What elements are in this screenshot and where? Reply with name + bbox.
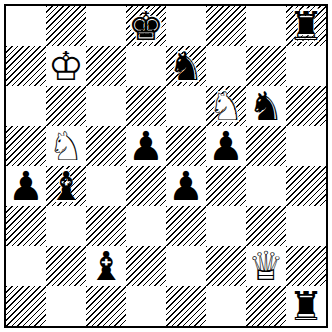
- piece-white-king: ♔: [46, 46, 86, 86]
- piece-black-bishop: ♝: [46, 166, 86, 206]
- piece-halo: ♟: [3, 163, 49, 209]
- piece-halo: ♟: [163, 163, 209, 209]
- chess-board: ♚♚♜♜♚♔♞♞♞♘♞♞♞♘♟♟♟♟♟♟♝♝♟♟♝♝♛♕♜♜: [6, 6, 326, 326]
- piece-halo: ♞: [243, 83, 289, 129]
- piece-black-pawn: ♟: [126, 126, 166, 166]
- square-b5: ♞♘: [46, 126, 86, 166]
- square-f6: ♞♘: [206, 86, 246, 126]
- piece-halo: ♝: [43, 163, 89, 209]
- square-a5: [6, 126, 46, 166]
- square-h3: [286, 206, 326, 246]
- square-d8: ♚♚: [126, 6, 166, 46]
- square-h8: ♜♜: [286, 6, 326, 46]
- square-e2: [166, 246, 206, 286]
- square-f3: [206, 206, 246, 246]
- piece-halo: ♜: [283, 3, 329, 49]
- square-e3: [166, 206, 206, 246]
- piece-halo: ♞: [163, 43, 209, 89]
- square-c6: [86, 86, 126, 126]
- piece-halo: ♚: [43, 43, 89, 89]
- square-f5: ♟♟: [206, 126, 246, 166]
- piece-black-pawn: ♟: [166, 166, 206, 206]
- square-d4: [126, 166, 166, 206]
- square-g7: [246, 46, 286, 86]
- square-h7: [286, 46, 326, 86]
- piece-black-rook: ♜: [286, 6, 326, 46]
- square-b7: ♚♔: [46, 46, 86, 86]
- piece-halo: ♞: [43, 123, 89, 169]
- square-h6: [286, 86, 326, 126]
- piece-black-rook: ♜: [286, 286, 326, 326]
- piece-black-knight: ♞: [246, 86, 286, 126]
- square-g1: [246, 286, 286, 326]
- square-e6: [166, 86, 206, 126]
- square-f2: [206, 246, 246, 286]
- piece-black-pawn: ♟: [6, 166, 46, 206]
- square-b4: ♝♝: [46, 166, 86, 206]
- square-g4: [246, 166, 286, 206]
- square-d5: ♟♟: [126, 126, 166, 166]
- piece-halo: ♟: [123, 123, 169, 169]
- square-a7: [6, 46, 46, 86]
- square-d3: [126, 206, 166, 246]
- piece-halo: ♛: [243, 243, 289, 289]
- piece-black-knight: ♞: [166, 46, 206, 86]
- piece-halo: ♝: [83, 243, 129, 289]
- square-a8: [6, 6, 46, 46]
- square-c1: [86, 286, 126, 326]
- square-b1: [46, 286, 86, 326]
- square-g8: [246, 6, 286, 46]
- square-d1: [126, 286, 166, 326]
- square-f7: [206, 46, 246, 86]
- square-d2: [126, 246, 166, 286]
- square-a4: ♟♟: [6, 166, 46, 206]
- board-border: ♚♚♜♜♚♔♞♞♞♘♞♞♞♘♟♟♟♟♟♟♝♝♟♟♝♝♛♕♜♜: [4, 4, 328, 328]
- square-b3: [46, 206, 86, 246]
- square-g6: ♞♞: [246, 86, 286, 126]
- square-h5: [286, 126, 326, 166]
- square-g3: [246, 206, 286, 246]
- piece-black-pawn: ♟: [206, 126, 246, 166]
- diagram-frame: ♚♚♜♜♚♔♞♞♞♘♞♞♞♘♟♟♟♟♟♟♝♝♟♟♝♝♛♕♜♜: [0, 0, 332, 332]
- piece-black-king: ♚: [126, 6, 166, 46]
- square-b8: [46, 6, 86, 46]
- square-f8: [206, 6, 246, 46]
- square-a6: [6, 86, 46, 126]
- square-e1: [166, 286, 206, 326]
- square-f4: [206, 166, 246, 206]
- piece-white-knight: ♘: [206, 86, 246, 126]
- square-b6: [46, 86, 86, 126]
- piece-halo: ♞: [203, 83, 249, 129]
- square-h4: [286, 166, 326, 206]
- square-g2: ♛♕: [246, 246, 286, 286]
- square-b2: [46, 246, 86, 286]
- square-f1: [206, 286, 246, 326]
- piece-black-bishop: ♝: [86, 246, 126, 286]
- square-g5: [246, 126, 286, 166]
- square-c5: [86, 126, 126, 166]
- square-h2: [286, 246, 326, 286]
- square-a2: [6, 246, 46, 286]
- square-c4: [86, 166, 126, 206]
- square-e4: ♟♟: [166, 166, 206, 206]
- square-e5: [166, 126, 206, 166]
- piece-halo: ♜: [283, 283, 329, 329]
- piece-halo: ♟: [203, 123, 249, 169]
- square-c8: [86, 6, 126, 46]
- square-c7: [86, 46, 126, 86]
- square-c3: [86, 206, 126, 246]
- piece-white-queen: ♕: [246, 246, 286, 286]
- square-e7: ♞♞: [166, 46, 206, 86]
- square-a3: [6, 206, 46, 246]
- square-c2: ♝♝: [86, 246, 126, 286]
- square-e8: [166, 6, 206, 46]
- piece-white-knight: ♘: [46, 126, 86, 166]
- square-d6: [126, 86, 166, 126]
- square-h1: ♜♜: [286, 286, 326, 326]
- square-d7: [126, 46, 166, 86]
- square-a1: [6, 286, 46, 326]
- piece-halo: ♚: [123, 3, 169, 49]
